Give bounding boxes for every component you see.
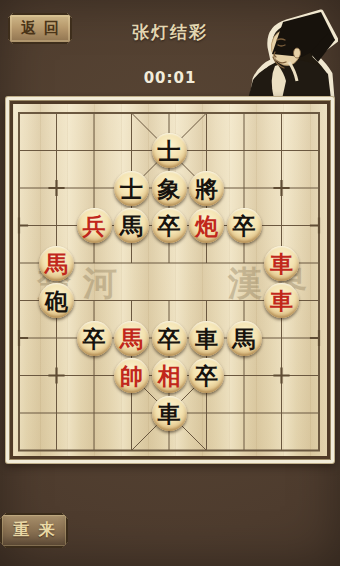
piece-black-砲[interactable]: 砲 (39, 283, 74, 318)
game-screen: 返回 张灯结彩 00:01 (0, 0, 340, 566)
piece-black-卒[interactable]: 卒 (189, 358, 224, 393)
piece-black-車[interactable]: 車 (152, 396, 187, 431)
piece-black-卒[interactable]: 卒 (77, 321, 112, 356)
piece-red-相[interactable]: 相 (152, 358, 187, 393)
piece-red-馬[interactable]: 馬 (114, 321, 149, 356)
restart-button-label: 重来 (5, 520, 64, 541)
piece-black-將[interactable]: 將 (189, 171, 224, 206)
piece-red-兵[interactable]: 兵 (77, 208, 112, 243)
opponent-portrait (242, 7, 338, 99)
restart-button[interactable]: 重来 (0, 513, 68, 548)
piece-black-卒[interactable]: 卒 (152, 321, 187, 356)
scholar-portrait-drawing (242, 7, 338, 99)
piece-black-象[interactable]: 象 (152, 171, 187, 206)
piece-black-士[interactable]: 士 (114, 171, 149, 206)
piece-black-卒[interactable]: 卒 (227, 208, 262, 243)
piece-red-帥[interactable]: 帥 (114, 358, 149, 393)
board-panel: 楚 河 漢 界 士士象將兵馬卒炮卒馬車砲車卒馬卒車馬帥相卒車 (6, 97, 334, 463)
piece-red-車[interactable]: 車 (264, 283, 299, 318)
piece-black-卒[interactable]: 卒 (152, 208, 187, 243)
pieces-layer: 士士象將兵馬卒炮卒馬車砲車卒馬卒車馬帥相卒車 (0, 94, 338, 469)
piece-black-士[interactable]: 士 (152, 133, 187, 168)
piece-black-車[interactable]: 車 (189, 321, 224, 356)
piece-red-馬[interactable]: 馬 (39, 246, 74, 281)
piece-red-車[interactable]: 車 (264, 246, 299, 281)
piece-black-馬[interactable]: 馬 (114, 208, 149, 243)
piece-red-炮[interactable]: 炮 (189, 208, 224, 243)
piece-black-馬[interactable]: 馬 (227, 321, 262, 356)
